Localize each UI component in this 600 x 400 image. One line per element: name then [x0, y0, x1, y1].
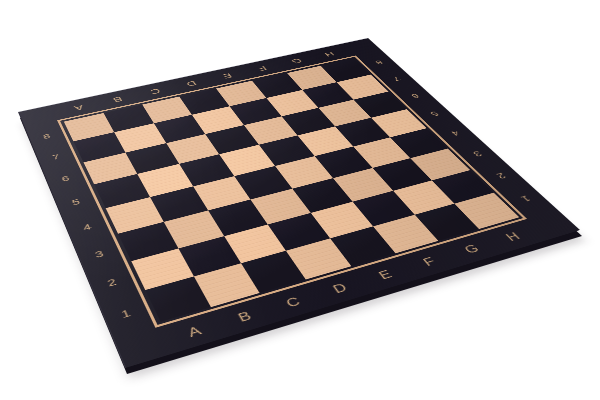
product-photo-stage: ABCDEFGH ABCDEFGH 87654321 87654321: [0, 0, 600, 400]
